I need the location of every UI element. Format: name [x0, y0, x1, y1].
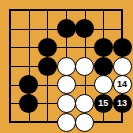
move-number-label: 14	[117, 80, 127, 89]
go-stone-white[interactable]	[75, 113, 94, 132]
go-stone-black[interactable]	[94, 38, 113, 57]
go-board[interactable]: 141513	[0, 0, 133, 133]
move-number-label: 13	[117, 99, 127, 108]
go-stone-white[interactable]: 14	[113, 75, 132, 94]
go-stone-white[interactable]	[57, 57, 76, 76]
go-stone-black[interactable]: 13	[113, 94, 132, 113]
go-stone-white[interactable]	[94, 75, 113, 94]
go-stone-black[interactable]	[19, 94, 38, 113]
go-stone-black[interactable]	[57, 19, 76, 38]
go-stone-black[interactable]: 15	[94, 94, 113, 113]
go-stone-black[interactable]	[38, 38, 57, 57]
go-stone-black[interactable]	[38, 57, 57, 76]
go-stone-white[interactable]	[75, 94, 94, 113]
go-stone-white[interactable]	[57, 75, 76, 94]
go-stone-white[interactable]	[113, 57, 132, 76]
go-stone-white[interactable]	[75, 57, 94, 76]
go-stone-black[interactable]	[113, 38, 132, 57]
go-stone-white[interactable]	[57, 94, 76, 113]
move-number-label: 15	[98, 99, 108, 108]
go-stone-white[interactable]	[57, 113, 76, 132]
go-stone-black[interactable]	[94, 57, 113, 76]
